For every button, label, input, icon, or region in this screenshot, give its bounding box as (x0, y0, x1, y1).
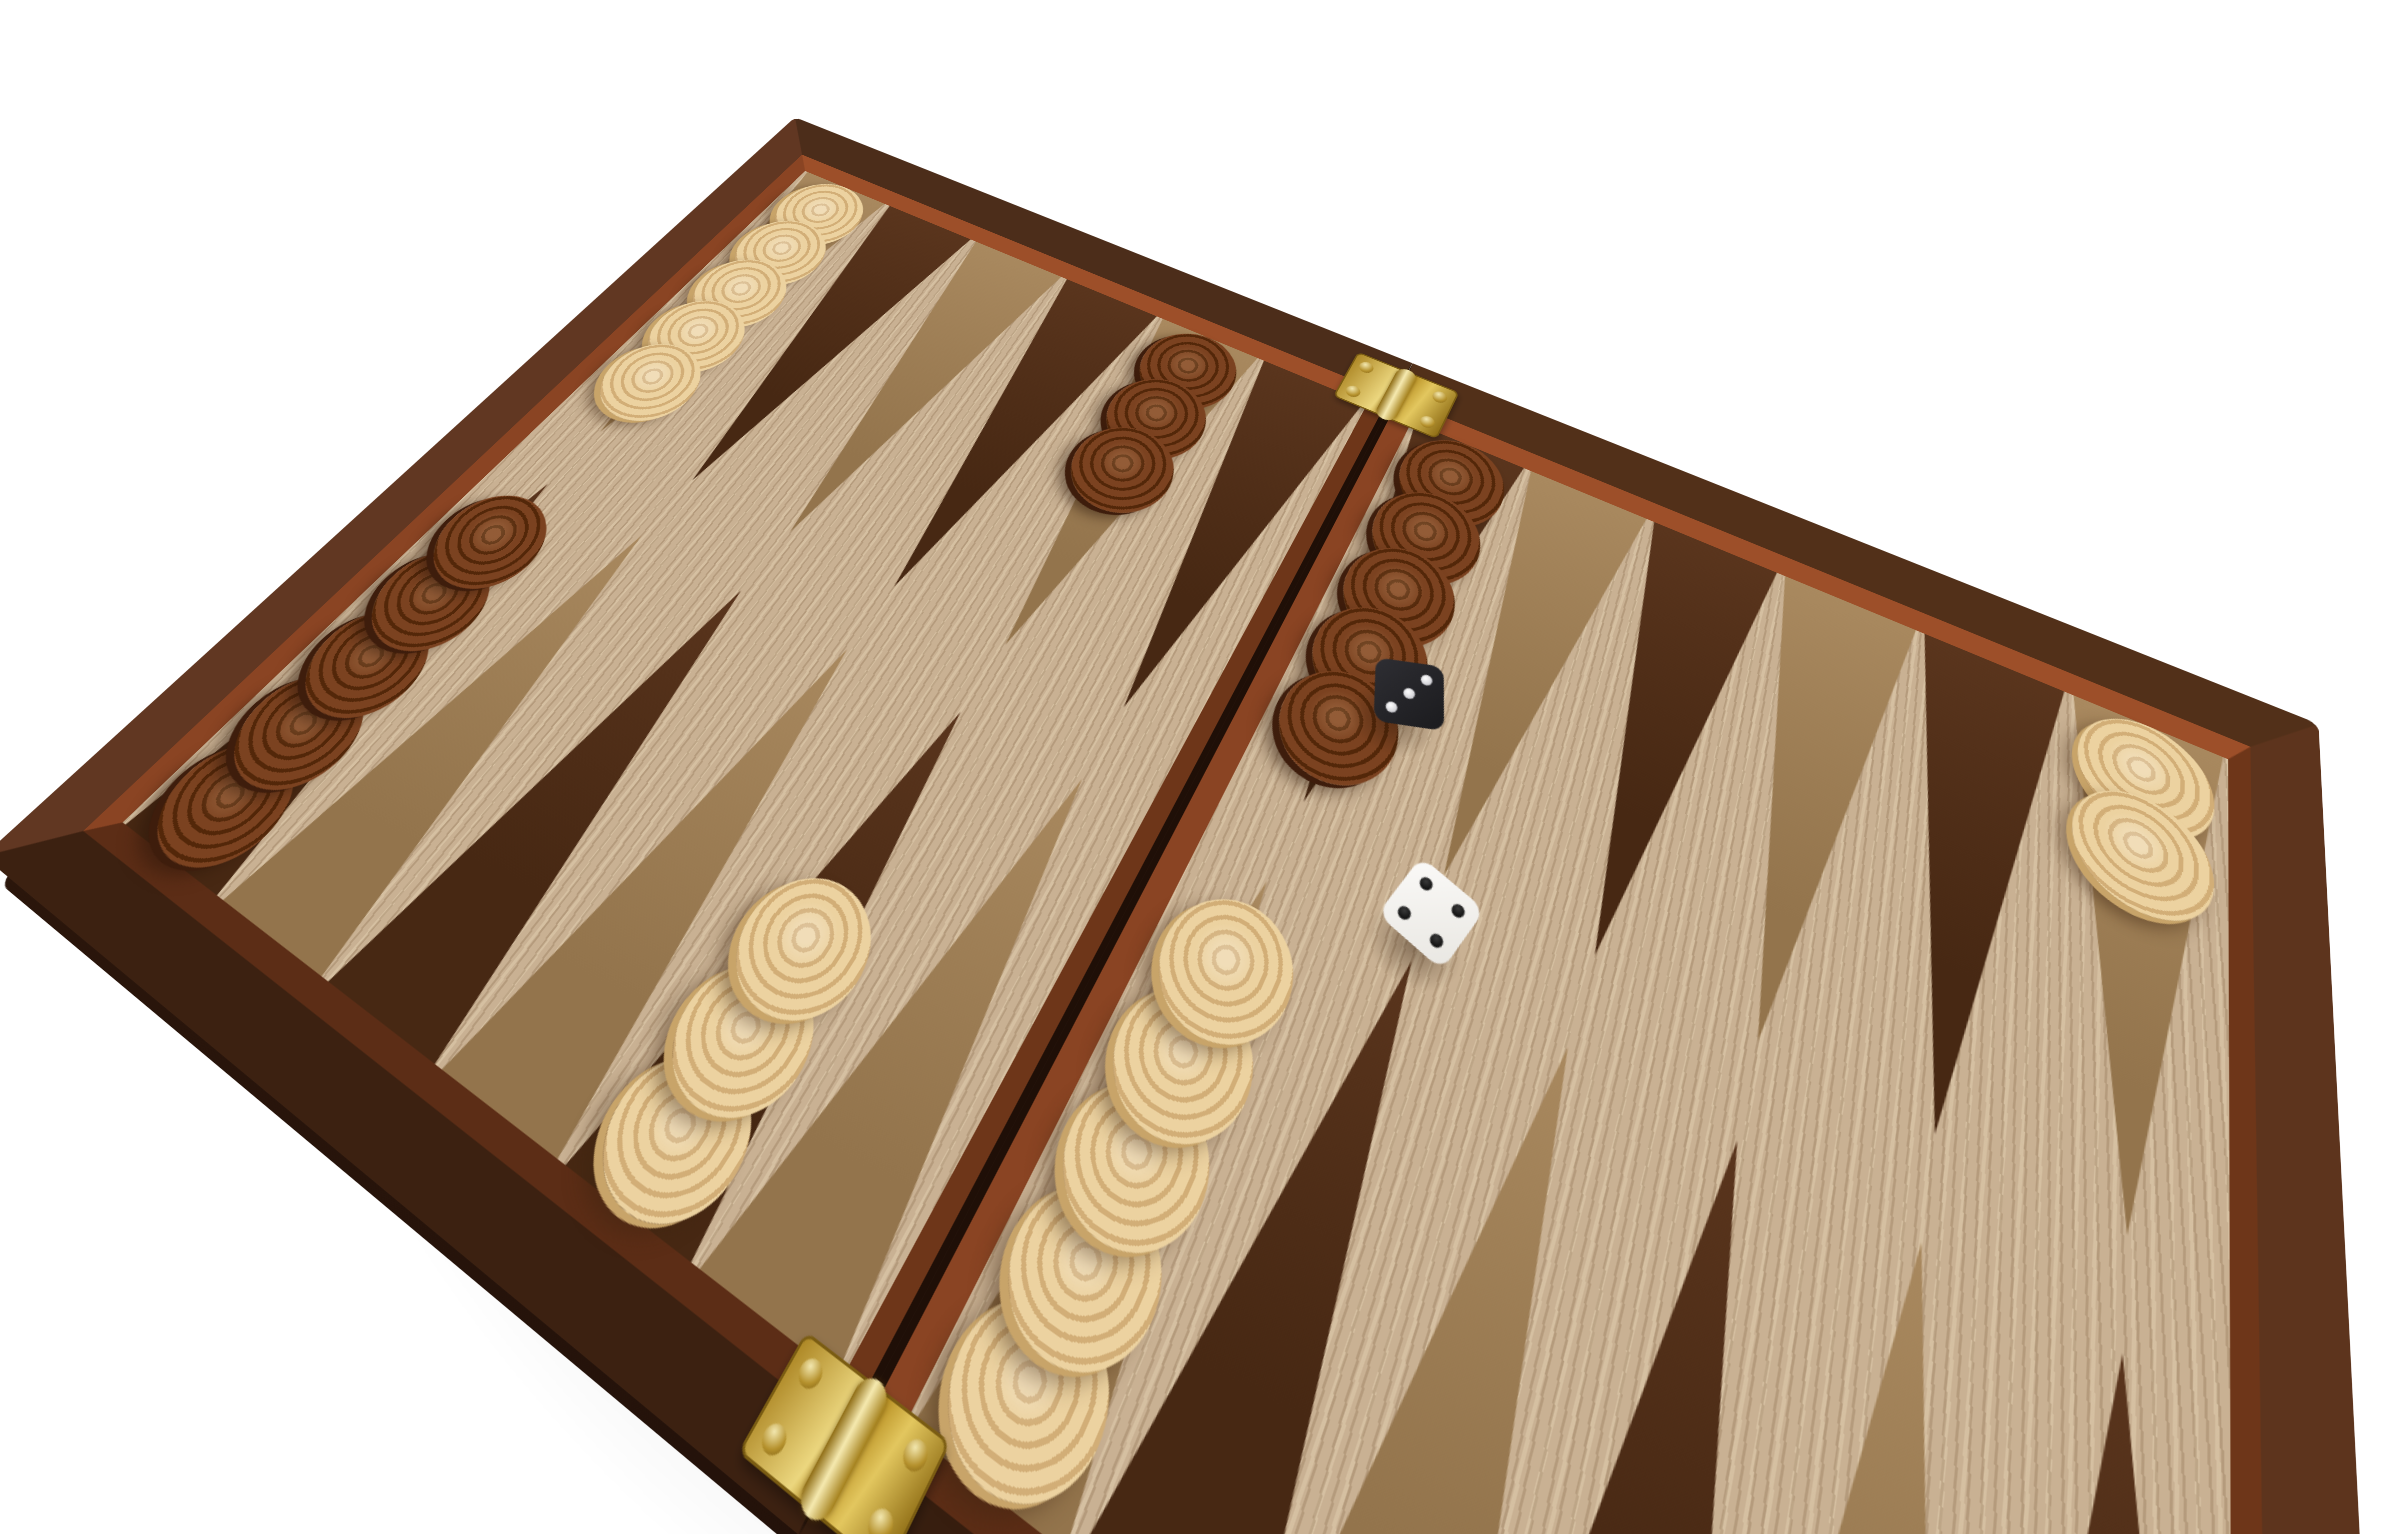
die-pip (1427, 931, 1446, 951)
hinge-screw (1430, 389, 1449, 405)
light-checker-point-8[interactable] (643, 938, 841, 1148)
light-checker-point-24[interactable] (2074, 699, 2215, 863)
white-die-shadow (1349, 880, 1478, 1015)
point-1-triangle (1944, 1297, 2234, 1534)
point-5[interactable] (1070, 920, 1488, 1534)
die-pip (1404, 937, 1415, 947)
light-checker-point-6[interactable] (979, 1152, 1188, 1409)
backgammon-board (0, 117, 2383, 1534)
points-row-top-right (1237, 422, 2230, 1290)
light-checker-point-6[interactable] (1135, 875, 1314, 1072)
dieWhite-face-right (1442, 910, 1485, 971)
die-pip (1417, 875, 1435, 894)
dieWhite-face-front (1377, 914, 1441, 971)
dieWhite-face-top (1377, 857, 1485, 971)
point-2-triangle (1687, 1190, 2020, 1534)
die-pip (1395, 903, 1413, 922)
point-3-triangle (1459, 1093, 1827, 1534)
light-checker-point-8[interactable] (708, 855, 896, 1048)
light-checker-point-8[interactable] (572, 1028, 781, 1257)
point-4-triangle (1255, 1003, 1651, 1534)
die-pip (1386, 701, 1398, 714)
die-pip (1421, 674, 1433, 686)
die-pip (1449, 901, 1467, 920)
dieBlack-face-top (1374, 657, 1444, 731)
point-4[interactable] (1255, 1003, 1651, 1534)
point-1[interactable] (1944, 1297, 2234, 1534)
white-die[interactable] (1377, 857, 1485, 971)
light-checker-point-6[interactable] (1088, 960, 1276, 1175)
photo-scene: Wooden folding backgammon case, open at … (0, 0, 2383, 1534)
light-checker-point-24[interactable] (2068, 769, 2215, 946)
light-checker-point-6[interactable] (1036, 1052, 1234, 1287)
black-die[interactable] (1374, 657, 1444, 731)
die-pip (1403, 687, 1415, 700)
board-half-left (0, 117, 1413, 1534)
hinge-screw (898, 1434, 932, 1477)
point-5-triangle (1070, 920, 1488, 1534)
point-3[interactable] (1459, 1093, 1827, 1534)
light-checker-point-6[interactable] (916, 1262, 1137, 1534)
point-2[interactable] (1687, 1190, 2020, 1534)
